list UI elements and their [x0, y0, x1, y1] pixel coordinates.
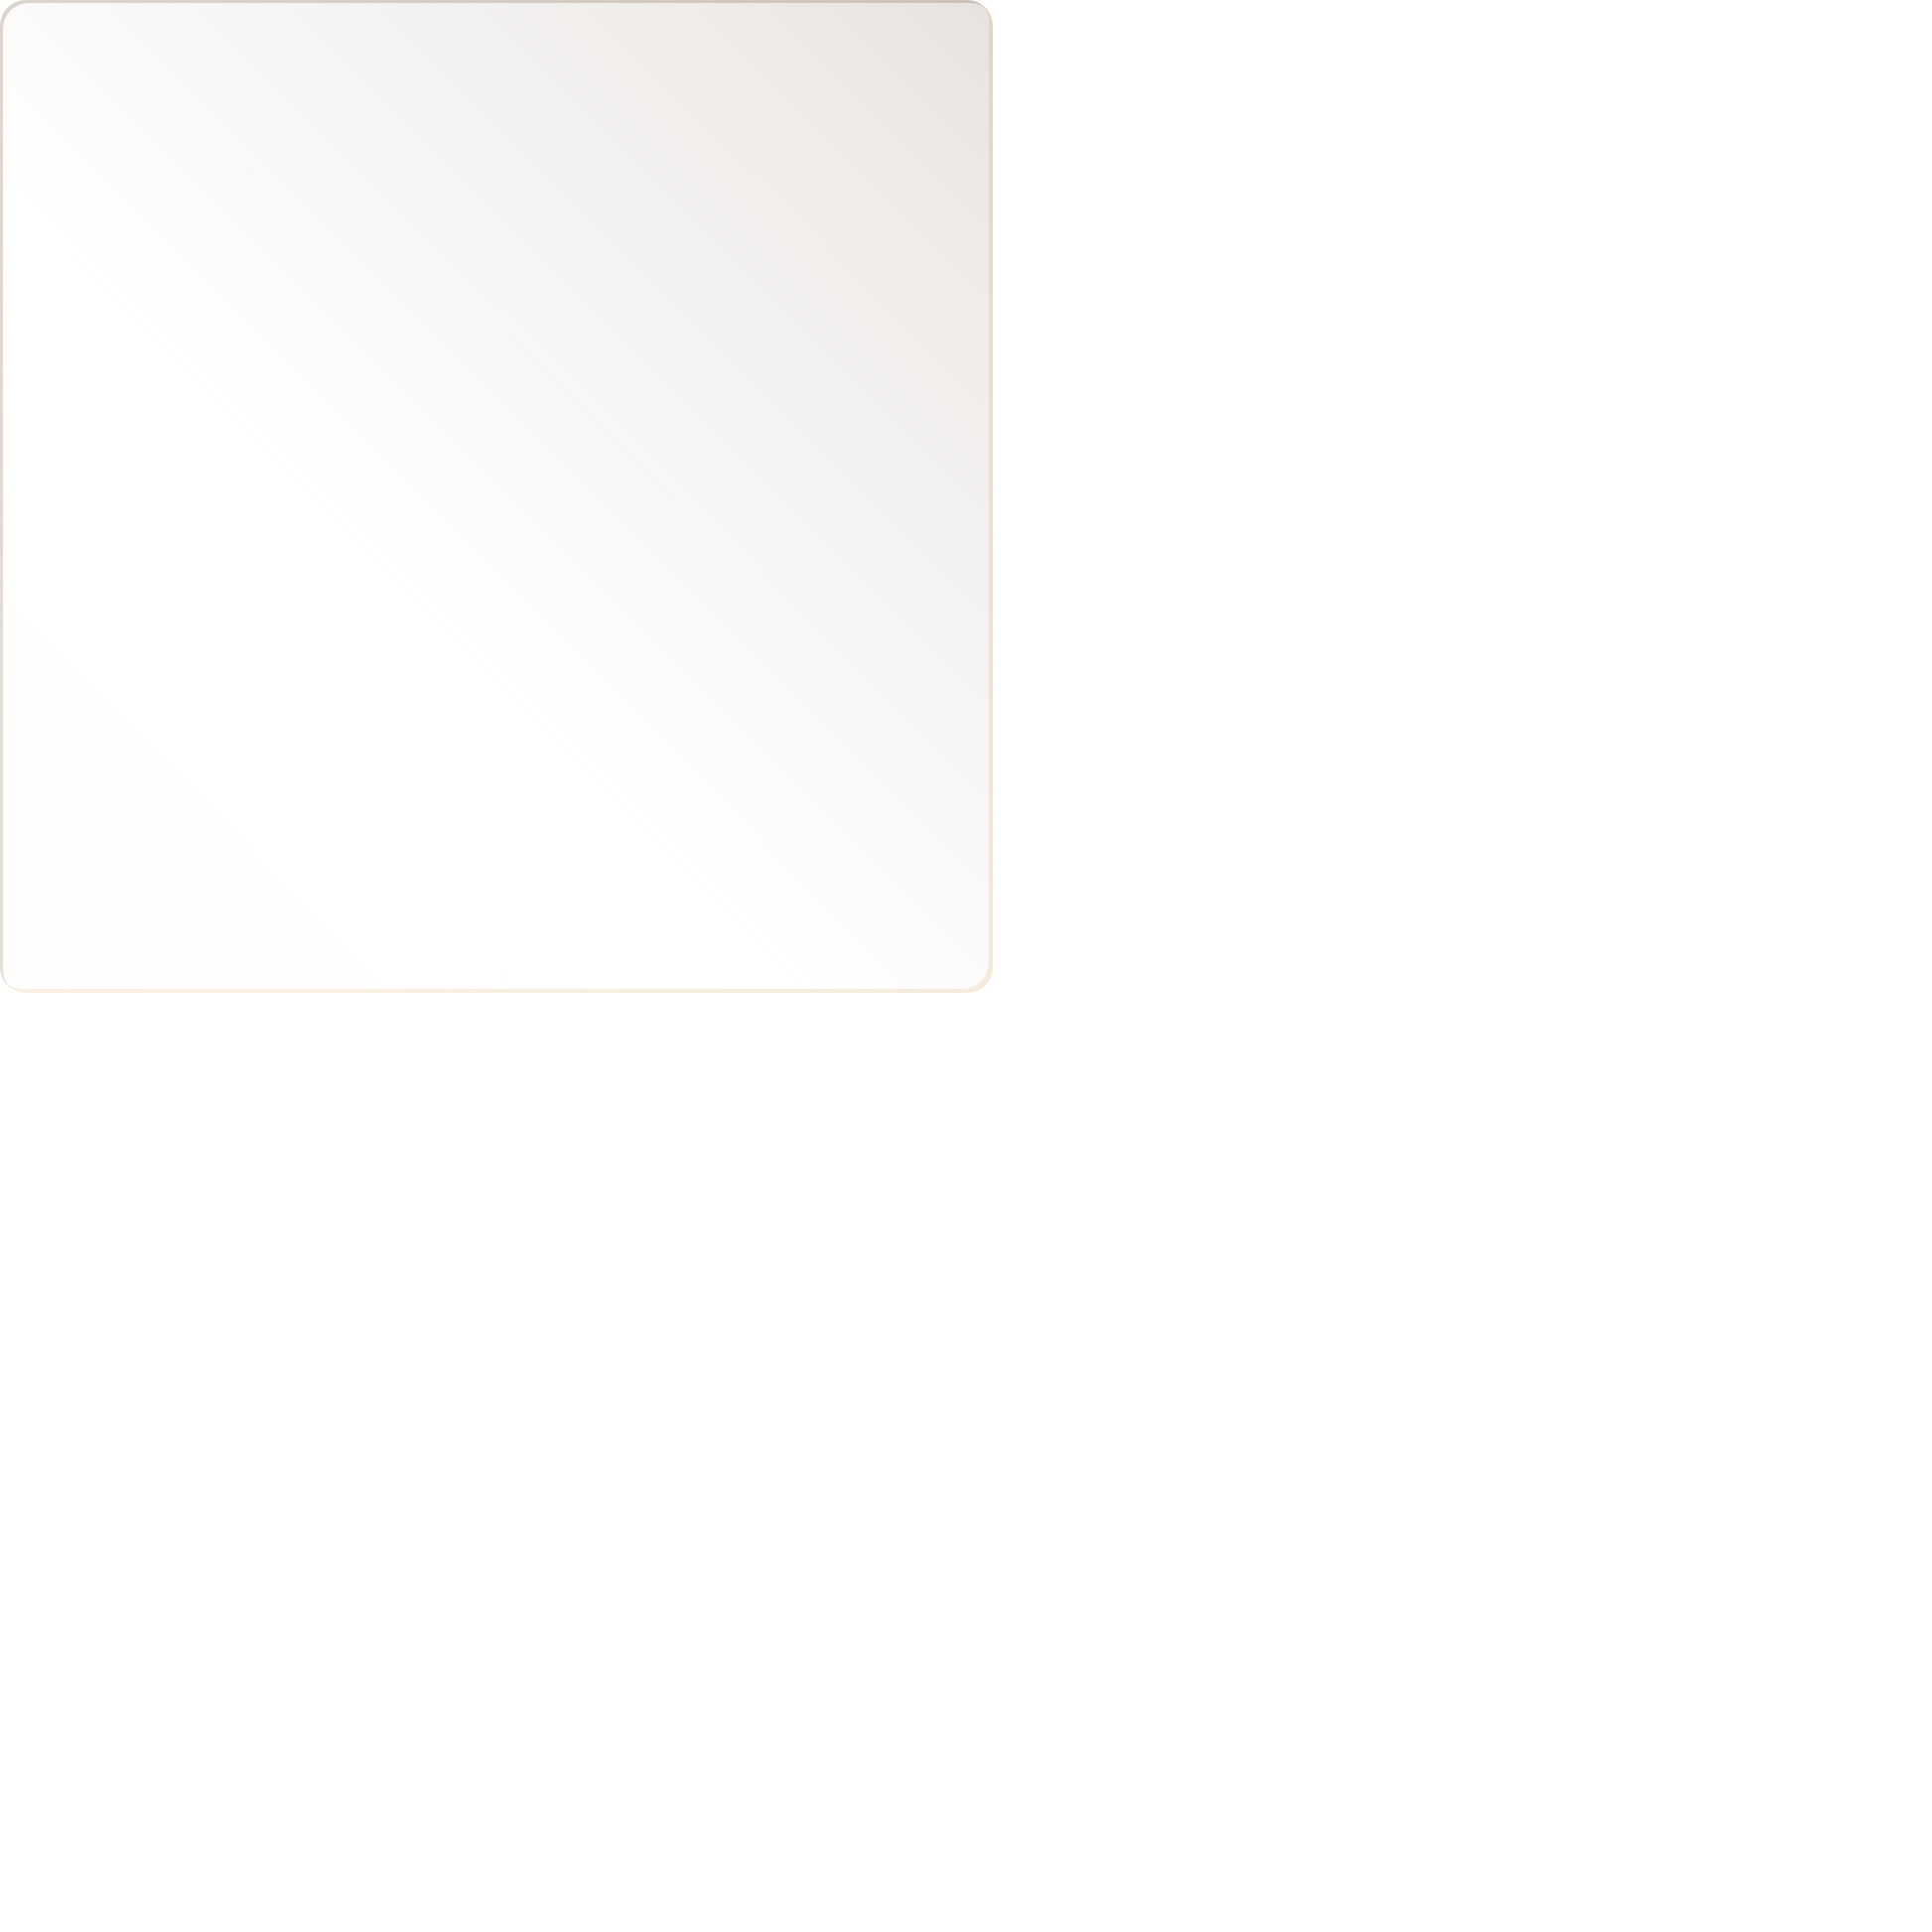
photo-canvas	[0, 0, 1932, 1932]
teak-grate-board	[0, 0, 993, 993]
lighting-sheen	[0, 0, 993, 993]
